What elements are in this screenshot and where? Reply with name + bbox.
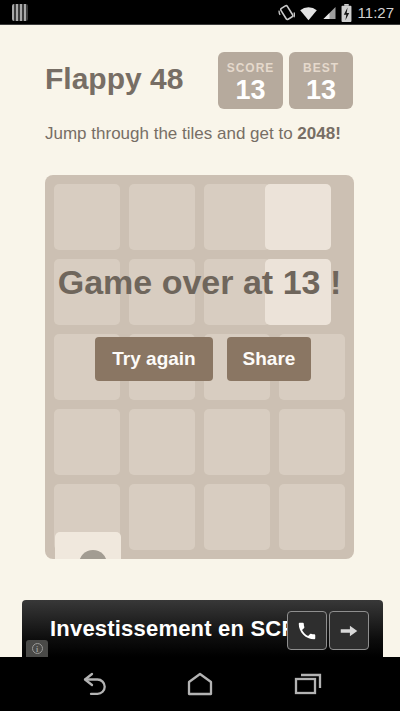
board-cell	[279, 484, 345, 550]
best-box: BEST 13	[289, 52, 353, 109]
status-bar: 11:27	[0, 0, 400, 25]
bird-ball	[79, 550, 107, 559]
nav-back-button[interactable]	[55, 657, 125, 711]
board-cell	[204, 409, 270, 475]
board-cell	[54, 409, 120, 475]
wifi-icon	[299, 5, 318, 21]
signal-icon	[322, 5, 337, 21]
recents-icon	[292, 671, 324, 697]
subtitle-text: Jump through the tiles and get to	[45, 124, 297, 143]
share-button[interactable]: Share	[227, 337, 311, 381]
score-value: 13	[218, 75, 283, 105]
board-cell	[129, 409, 195, 475]
tile	[265, 184, 331, 250]
nav-home-button[interactable]	[165, 657, 235, 711]
score-box: SCORE 13	[218, 52, 283, 109]
score-label: SCORE	[218, 61, 283, 75]
nav-recents-button[interactable]	[273, 657, 343, 711]
navigation-bar	[0, 657, 400, 711]
board-cell	[204, 484, 270, 550]
ad-text[interactable]: Investissement en SCPI	[50, 600, 303, 657]
board-cell	[54, 184, 120, 250]
game-over-message: Game over at 13 !	[45, 263, 354, 302]
board-wrap[interactable]: Game over at 13 ! Try again Share	[45, 175, 354, 559]
best-label: BEST	[289, 61, 353, 75]
vibrate-icon	[278, 4, 295, 22]
page-title: Flappy 48	[45, 62, 183, 96]
subtitle-goal: 2048!	[297, 124, 340, 143]
board-cell	[204, 184, 270, 250]
back-icon	[72, 671, 109, 697]
bird-tile	[55, 532, 121, 559]
best-value: 13	[289, 75, 353, 105]
info-icon: i	[32, 643, 43, 654]
clock: 11:27	[358, 4, 394, 21]
board-cell	[129, 184, 195, 250]
try-again-button[interactable]: Try again	[95, 337, 213, 381]
board-cell	[279, 409, 345, 475]
ad-banner[interactable]: Investissement en SCPI i	[22, 600, 383, 657]
home-icon	[184, 671, 216, 697]
battery-charging-icon	[341, 4, 352, 22]
arrow-right-icon	[338, 620, 360, 642]
phone-icon	[296, 620, 318, 642]
app-notification-icon	[12, 4, 28, 21]
ad-go-button[interactable]	[329, 611, 369, 650]
ad-info-button[interactable]: i	[26, 640, 48, 657]
subtitle: Jump through the tiles and get to 2048!	[45, 124, 341, 144]
phone-screen: 11:27 Flappy 48 SCORE 13 BEST 13 Jump th…	[0, 0, 400, 711]
ad-call-button[interactable]	[287, 611, 327, 650]
board-cell	[129, 484, 195, 550]
